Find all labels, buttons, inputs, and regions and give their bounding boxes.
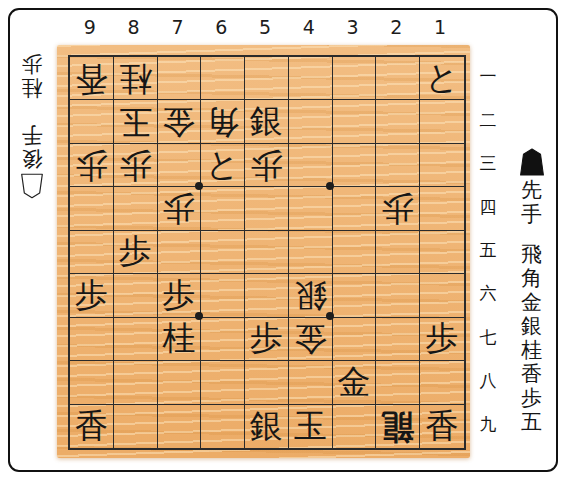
square-9i[interactable]: 香: [70, 405, 114, 448]
square-9b[interactable]: [70, 100, 114, 143]
sente-hand-piece[interactable]: 角: [519, 266, 545, 290]
piece-gote: 歩: [381, 193, 414, 226]
sente-hand-piece[interactable]: 香: [519, 362, 545, 386]
square-7d[interactable]: 歩: [158, 187, 202, 230]
square-1b[interactable]: [420, 100, 464, 143]
rank-label-7: 七: [476, 316, 500, 359]
white-shogi-piece-icon: [20, 173, 44, 199]
sente-hand-piece[interactable]: 飛: [519, 242, 545, 266]
piece-sente: 桂: [162, 321, 195, 354]
square-4c[interactable]: [289, 144, 333, 187]
rank-label-4: 四: [476, 185, 500, 228]
square-5h[interactable]: [245, 361, 289, 404]
square-2b[interactable]: [376, 100, 420, 143]
square-7e[interactable]: [158, 231, 202, 274]
square-2i[interactable]: 龍: [376, 405, 420, 448]
file-label-8: 8: [112, 14, 156, 40]
square-3d[interactable]: [333, 187, 377, 230]
gote-hand-pieces: 歩桂: [19, 52, 45, 100]
piece-sente: 歩: [250, 321, 283, 354]
rank-label-6: 六: [476, 272, 500, 315]
square-7a[interactable]: [158, 57, 202, 100]
piece-sente: 歩: [75, 278, 108, 311]
file-label-1: 1: [418, 14, 462, 40]
piece-sente: 銀: [250, 104, 283, 137]
square-9a[interactable]: 香: [70, 57, 114, 100]
square-5c[interactable]: 歩: [245, 144, 289, 187]
file-label-7: 7: [156, 14, 200, 40]
square-2f[interactable]: [376, 274, 420, 317]
square-1c[interactable]: [420, 144, 464, 187]
square-4g[interactable]: 金: [289, 318, 333, 361]
piece-gote: 歩: [75, 150, 108, 183]
square-7c[interactable]: [158, 144, 202, 187]
square-6g[interactable]: [201, 318, 245, 361]
piece-sente: と: [206, 148, 240, 181]
square-4d[interactable]: [289, 187, 333, 230]
square-2c[interactable]: [376, 144, 420, 187]
sente-label-char: 先: [519, 178, 545, 202]
square-3b[interactable]: [333, 100, 377, 143]
square-3g[interactable]: [333, 318, 377, 361]
square-5i[interactable]: 銀: [245, 405, 289, 448]
square-2a[interactable]: [376, 57, 420, 100]
square-8a[interactable]: 桂: [114, 57, 158, 100]
piece-sente: 金: [338, 365, 371, 398]
sente-hand-piece[interactable]: 五: [519, 410, 545, 434]
square-8e[interactable]: 歩: [114, 231, 158, 274]
file-labels-row: 987654321: [68, 14, 462, 40]
square-6a[interactable]: [201, 57, 245, 100]
file-label-3: 3: [331, 14, 375, 40]
square-5e[interactable]: [245, 231, 289, 274]
square-3a[interactable]: [333, 57, 377, 100]
square-7h[interactable]: [158, 361, 202, 404]
square-1f[interactable]: [420, 274, 464, 317]
piece-sente: 香: [75, 409, 108, 442]
square-2h[interactable]: [376, 361, 420, 404]
piece-gote: 玉: [119, 106, 152, 139]
square-8h[interactable]: [114, 361, 158, 404]
gote-player-label: 手後: [19, 123, 45, 171]
shogi-diagram: 987654321 香桂と玉金角銀歩歩と歩歩歩歩歩歩銀桂歩金歩金香銀玉龍香 一二…: [0, 0, 567, 480]
square-4b[interactable]: [289, 100, 333, 143]
gote-hand-column: 歩桂 手後: [19, 52, 45, 201]
square-3c[interactable]: [333, 144, 377, 187]
square-6h[interactable]: [201, 361, 245, 404]
sente-hand-column: 先手 飛角金銀桂香歩五: [518, 146, 545, 434]
gote-hand-piece[interactable]: 桂: [19, 76, 45, 100]
square-6e[interactable]: [201, 231, 245, 274]
square-8b[interactable]: 玉: [114, 100, 158, 143]
gote-hand-piece[interactable]: 歩: [19, 52, 45, 76]
square-9e[interactable]: [70, 231, 114, 274]
square-6f[interactable]: [201, 274, 245, 317]
hoshi-dot: [195, 312, 203, 320]
square-4e[interactable]: [289, 231, 333, 274]
square-2g[interactable]: [376, 318, 420, 361]
square-8d[interactable]: [114, 187, 158, 230]
file-label-6: 6: [199, 14, 243, 40]
piece-gote: 龍: [381, 411, 414, 444]
square-1e[interactable]: [420, 231, 464, 274]
square-5b[interactable]: 銀: [245, 100, 289, 143]
sente-hand-piece[interactable]: 桂: [519, 338, 545, 362]
sente-hand-piece[interactable]: 金: [519, 290, 545, 314]
square-1d[interactable]: [420, 187, 464, 230]
piece-gote: 桂: [119, 63, 152, 96]
square-7b[interactable]: 金: [158, 100, 202, 143]
square-2d[interactable]: 歩: [376, 187, 420, 230]
sente-player-label: 先手: [519, 178, 545, 226]
hoshi-dot: [326, 312, 334, 320]
square-9d[interactable]: [70, 187, 114, 230]
square-5d[interactable]: [245, 187, 289, 230]
square-6i[interactable]: [201, 405, 245, 448]
square-7f[interactable]: 歩: [158, 274, 202, 317]
square-8f[interactable]: [114, 274, 158, 317]
square-9h[interactable]: [70, 361, 114, 404]
shogi-board: 香桂と玉金角銀歩歩と歩歩歩歩歩歩銀桂歩金歩金香銀玉龍香: [68, 55, 466, 450]
rank-label-2: 二: [476, 98, 500, 141]
square-6c[interactable]: と: [201, 144, 245, 187]
file-label-9: 9: [68, 14, 112, 40]
piece-gote: 金: [294, 323, 327, 356]
square-9c[interactable]: 歩: [70, 144, 114, 187]
square-3e[interactable]: [333, 231, 377, 274]
square-3f[interactable]: [333, 274, 377, 317]
rank-label-3: 三: [476, 142, 500, 185]
piece-sente: 香: [426, 409, 459, 442]
square-4a[interactable]: [289, 57, 333, 100]
square-1a[interactable]: と: [420, 57, 464, 100]
piece-sente: 歩: [119, 234, 152, 267]
rank-label-9: 九: [476, 403, 500, 446]
file-label-5: 5: [243, 14, 287, 40]
piece-gote: 歩: [250, 150, 283, 183]
piece-gote: 銀: [294, 280, 327, 313]
square-3h[interactable]: 金: [333, 361, 377, 404]
square-6d[interactable]: [201, 187, 245, 230]
piece-sente: と: [425, 61, 459, 94]
square-8g[interactable]: [114, 318, 158, 361]
sente-hand-piece[interactable]: 銀: [519, 314, 545, 338]
square-1g[interactable]: 歩: [420, 318, 464, 361]
square-4i[interactable]: 玉: [289, 405, 333, 448]
black-shogi-piece-icon: [519, 148, 545, 176]
square-1h[interactable]: [420, 361, 464, 404]
square-5g[interactable]: 歩: [245, 318, 289, 361]
file-label-2: 2: [374, 14, 418, 40]
square-5a[interactable]: [245, 57, 289, 100]
piece-gote: 歩: [119, 150, 152, 183]
file-label-4: 4: [287, 14, 331, 40]
hoshi-dot: [326, 182, 334, 190]
square-4h[interactable]: [289, 361, 333, 404]
piece-sente: 玉: [294, 409, 327, 442]
gote-label-char: 手: [19, 123, 45, 147]
square-5f[interactable]: [245, 274, 289, 317]
piece-gote: 角: [206, 106, 239, 139]
square-6b[interactable]: 角: [201, 100, 245, 143]
piece-gote: 歩: [162, 193, 195, 226]
square-3i[interactable]: [333, 405, 377, 448]
square-4f[interactable]: 銀: [289, 274, 333, 317]
piece-gote: 金: [162, 106, 195, 139]
square-9g[interactable]: [70, 318, 114, 361]
piece-sente: 銀: [250, 409, 283, 442]
square-8i[interactable]: [114, 405, 158, 448]
rank-label-1: 一: [476, 55, 500, 98]
rank-labels-column: 一二三四五六七八九: [476, 55, 500, 446]
sente-hand-pieces: 飛角金銀桂香歩五: [519, 242, 545, 434]
piece-sente: 歩: [426, 321, 459, 354]
square-7i[interactable]: [158, 405, 202, 448]
gote-label-char: 後: [19, 147, 45, 171]
square-2e[interactable]: [376, 231, 420, 274]
square-9f[interactable]: 歩: [70, 274, 114, 317]
square-7g[interactable]: 桂: [158, 318, 202, 361]
rank-label-8: 八: [476, 359, 500, 402]
sente-label-char: 手: [519, 202, 545, 226]
piece-gote: 香: [75, 63, 108, 96]
square-8c[interactable]: 歩: [114, 144, 158, 187]
rank-label-5: 五: [476, 229, 500, 272]
hoshi-dot: [195, 182, 203, 190]
piece-sente: 歩: [162, 278, 195, 311]
square-1i[interactable]: 香: [420, 405, 464, 448]
sente-hand-piece[interactable]: 歩: [519, 386, 545, 410]
